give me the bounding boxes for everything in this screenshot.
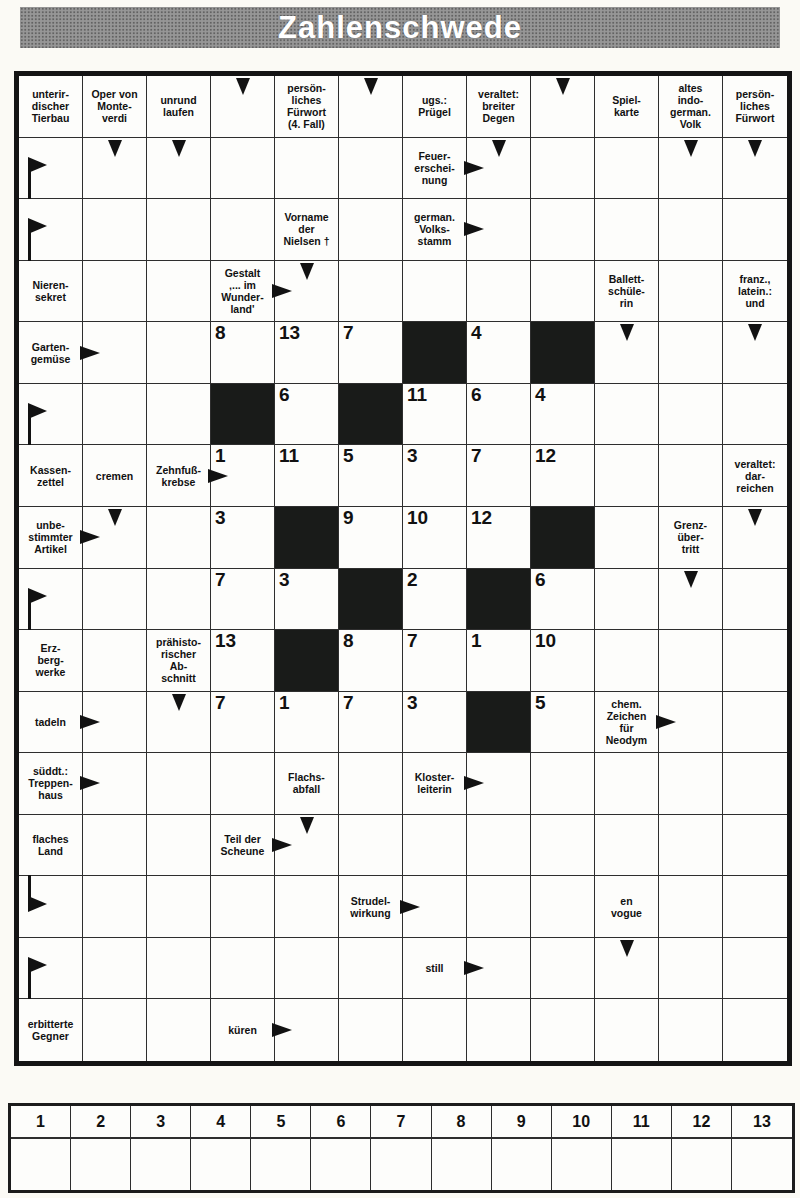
answer-cell[interactable] — [723, 876, 787, 938]
cell-number: 8 — [343, 630, 354, 652]
black-cell — [275, 507, 339, 569]
cell-number: 6 — [535, 569, 546, 591]
answer-cell[interactable] — [403, 999, 467, 1061]
puzzle-title: Zahlenschwede — [278, 10, 522, 46]
answer-cell[interactable] — [467, 815, 531, 877]
answer-cell[interactable] — [275, 999, 339, 1061]
answer-cell[interactable] — [659, 261, 723, 323]
numbered-answer-cell[interactable]: 11 — [275, 445, 339, 507]
strip-answer-cell[interactable] — [71, 1139, 131, 1190]
down-arrow-icon — [236, 78, 250, 95]
answer-cell[interactable] — [659, 445, 723, 507]
numbered-answer-cell[interactable]: 9 — [339, 507, 403, 569]
strip-number: 3 — [131, 1106, 191, 1137]
cell-number: 4 — [535, 384, 546, 406]
answer-cell[interactable] — [83, 999, 147, 1061]
clue-cell: unrundlaufen — [147, 76, 211, 138]
clue-text: unrundlaufen — [147, 94, 210, 118]
numbered-answer-cell[interactable]: 4 — [531, 384, 595, 446]
right-arrow-icon — [80, 715, 100, 729]
strip-number: 8 — [432, 1106, 492, 1137]
strip-answer-cell[interactable] — [492, 1139, 552, 1190]
answer-cell[interactable] — [147, 815, 211, 877]
clue-text: Spiel-karte — [595, 94, 658, 118]
clue-text: envogue — [595, 895, 658, 919]
answer-cell[interactable] — [595, 938, 659, 1000]
answer-cell[interactable] — [147, 507, 211, 569]
clue-text: Grenz-über-tritt — [659, 519, 722, 555]
clue-cell: Kloster-leiterin — [403, 753, 467, 815]
clue-cell: Erz-berg-werke — [19, 630, 83, 692]
answer-cell[interactable] — [275, 138, 339, 200]
answer-cell[interactable] — [531, 199, 595, 261]
numbered-answer-cell[interactable]: 8 — [211, 322, 275, 384]
answer-cell[interactable] — [339, 815, 403, 877]
clue-text: Zehnfuß-krebse — [147, 464, 210, 488]
clue-text: Kassen-zettel — [19, 464, 82, 488]
answer-cell[interactable] — [723, 815, 787, 877]
black-cell — [339, 569, 403, 631]
down-arrow-icon — [684, 140, 698, 157]
answer-cell[interactable] — [595, 999, 659, 1061]
clue-text: tadeln — [19, 716, 82, 728]
clue-cell: cremen — [83, 445, 147, 507]
cell-number: 6 — [471, 384, 482, 406]
cell-number: 12 — [535, 445, 556, 467]
clue-text: prähisto-rischerAb-schnitt — [147, 636, 210, 684]
right-arrow-icon — [272, 284, 292, 298]
clue-cell: envogue — [595, 876, 659, 938]
cell-number: 7 — [407, 630, 418, 652]
strip-answer-cell[interactable] — [191, 1139, 251, 1190]
answer-cell[interactable] — [339, 199, 403, 261]
numbered-answer-cell[interactable]: 5 — [531, 692, 595, 754]
numbered-answer-cell[interactable]: 7 — [403, 630, 467, 692]
clue-cell: unterir-discherTierbau — [19, 76, 83, 138]
numbered-answer-cell[interactable]: 7 — [211, 692, 275, 754]
cell-number: 4 — [471, 322, 482, 344]
clue-text: erbitterteGegner — [19, 1018, 82, 1042]
answer-cell[interactable] — [147, 999, 211, 1061]
right-arrow-icon — [272, 838, 292, 852]
down-arrow-icon — [556, 78, 570, 95]
answer-cell[interactable] — [659, 384, 723, 446]
clue-cell: Teil derScheune — [211, 815, 275, 877]
strip-number: 4 — [191, 1106, 251, 1137]
cell-number: 3 — [215, 507, 226, 529]
cell-number: 5 — [343, 445, 354, 467]
answer-cell[interactable] — [467, 999, 531, 1061]
numbered-answer-cell[interactable]: 7 — [339, 692, 403, 754]
answer-cell[interactable] — [83, 938, 147, 1000]
strip-answer-cell[interactable] — [131, 1139, 191, 1190]
clue-cell: süddt.:Treppen-haus — [19, 753, 83, 815]
clue-text: Flachs-abfall — [275, 771, 338, 795]
numbered-answer-cell[interactable]: 7 — [467, 445, 531, 507]
answer-cell[interactable] — [147, 938, 211, 1000]
clue-cell: Zehnfuß-krebse — [147, 445, 211, 507]
clue-text: Erz-berg-werke — [19, 642, 82, 678]
black-cell — [531, 507, 595, 569]
numbered-answer-cell[interactable]: 13 — [275, 322, 339, 384]
answer-cell[interactable] — [723, 569, 787, 631]
clue-cell: flachesLand — [19, 815, 83, 877]
clue-cell: chem.ZeichenfürNeodym — [595, 692, 659, 754]
down-arrow-icon — [300, 263, 314, 280]
solution-strip-header: 12345678910111213 — [11, 1106, 792, 1139]
strip-answer-cell[interactable] — [371, 1139, 431, 1190]
answer-cell[interactable] — [659, 938, 723, 1000]
cell-number: 10 — [535, 630, 556, 652]
answer-cell[interactable] — [83, 569, 147, 631]
cell-number: 1 — [471, 630, 482, 652]
down-arrow-icon — [620, 940, 634, 957]
strip-answer-cell[interactable] — [552, 1139, 612, 1190]
down-arrow-icon — [492, 140, 506, 157]
answer-cell[interactable] — [83, 507, 147, 569]
answer-cell[interactable] — [659, 630, 723, 692]
clue-cell: VornamederNielsen † — [275, 199, 339, 261]
cell-number: 6 — [279, 384, 290, 406]
numbered-answer-cell[interactable]: 6 — [467, 384, 531, 446]
numbered-answer-cell[interactable]: 3 — [275, 569, 339, 631]
answer-cell[interactable] — [83, 630, 147, 692]
answer-cell[interactable] — [19, 199, 83, 261]
right-arrow-icon — [464, 776, 484, 790]
answer-cell[interactable] — [659, 753, 723, 815]
clue-text: Kloster-leiterin — [403, 771, 466, 795]
numbered-answer-cell[interactable]: 6 — [275, 384, 339, 446]
cell-number: 3 — [279, 569, 290, 591]
answer-cell[interactable] — [659, 692, 723, 754]
answer-cell[interactable] — [275, 938, 339, 1000]
strip-answer-cell[interactable] — [11, 1139, 71, 1190]
cell-number: 1 — [279, 692, 290, 714]
answer-cell[interactable] — [147, 569, 211, 631]
clue-text: Teil derScheune — [211, 833, 274, 857]
answer-cell[interactable] — [211, 76, 275, 138]
clue-text: franz.,latein.:und — [723, 273, 787, 309]
answer-cell[interactable] — [275, 815, 339, 877]
answer-cell[interactable] — [659, 815, 723, 877]
answer-cell[interactable] — [723, 938, 787, 1000]
strip-answer-cell[interactable] — [672, 1139, 732, 1190]
answer-cell[interactable] — [403, 876, 467, 938]
numbered-answer-cell[interactable]: 13 — [211, 630, 275, 692]
answer-cell[interactable] — [531, 753, 595, 815]
clue-cell: küren — [211, 999, 275, 1061]
answer-cell[interactable] — [723, 999, 787, 1061]
clue-text: persön-lichesFürwort(4. Fall) — [275, 82, 338, 130]
black-cell — [531, 322, 595, 384]
clue-cell: veraltet:dar-reichen — [723, 445, 787, 507]
answer-cell[interactable] — [595, 384, 659, 446]
answer-cell[interactable] — [595, 630, 659, 692]
numbered-answer-cell[interactable]: 6 — [531, 569, 595, 631]
answer-cell[interactable] — [147, 138, 211, 200]
right-arrow-icon — [464, 222, 484, 236]
clue-cell: Nieren-sekret — [19, 261, 83, 323]
answer-cell[interactable] — [659, 322, 723, 384]
answer-cell[interactable] — [467, 261, 531, 323]
numbered-answer-cell[interactable]: 5 — [339, 445, 403, 507]
answer-cell[interactable] — [19, 938, 83, 1000]
answer-cell[interactable] — [211, 753, 275, 815]
answer-cell[interactable] — [339, 938, 403, 1000]
clue-text: Ballett-schüle-rin — [595, 273, 658, 309]
answer-cell[interactable] — [19, 569, 83, 631]
answer-cell[interactable] — [275, 261, 339, 323]
clue-cell: Oper vonMonte-verdi — [83, 76, 147, 138]
numbered-answer-cell[interactable]: 1 — [211, 445, 275, 507]
down-arrow-icon — [172, 140, 186, 157]
strip-number: 7 — [371, 1106, 431, 1137]
clue-cell: tadeln — [19, 692, 83, 754]
answer-cell[interactable] — [211, 938, 275, 1000]
answer-cell[interactable] — [595, 199, 659, 261]
answer-cell[interactable] — [467, 938, 531, 1000]
answer-cell[interactable] — [83, 753, 147, 815]
numbered-answer-cell[interactable]: 3 — [211, 507, 275, 569]
cell-number: 12 — [471, 507, 492, 529]
clue-cell: unbe-stimmterArtikel — [19, 507, 83, 569]
answer-cell[interactable] — [595, 815, 659, 877]
answer-cell[interactable] — [531, 999, 595, 1061]
answer-cell[interactable] — [723, 753, 787, 815]
answer-cell[interactable] — [659, 876, 723, 938]
clue-cell: german.Volks-stamm — [403, 199, 467, 261]
clue-text: VornamederNielsen † — [275, 211, 338, 247]
numbered-answer-cell[interactable]: 12 — [467, 507, 531, 569]
clue-cell: erbitterteGegner — [19, 999, 83, 1061]
answer-cell[interactable] — [19, 138, 83, 200]
cell-number: 3 — [407, 692, 418, 714]
clue-cell: Ballett-schüle-rin — [595, 261, 659, 323]
answer-cell[interactable] — [723, 630, 787, 692]
cell-number: 13 — [279, 322, 300, 344]
numbered-answer-cell[interactable]: 3 — [403, 692, 467, 754]
answer-cell[interactable] — [659, 138, 723, 200]
clue-cell: still — [403, 938, 467, 1000]
strip-number: 1 — [11, 1106, 71, 1137]
answer-cell[interactable] — [83, 138, 147, 200]
cell-number: 5 — [535, 692, 546, 714]
answer-cell[interactable] — [595, 322, 659, 384]
answer-cell[interactable] — [403, 261, 467, 323]
clue-text: unterir-discherTierbau — [19, 88, 82, 124]
numbered-answer-cell[interactable]: 12 — [531, 445, 595, 507]
strip-answer-cell[interactable] — [732, 1139, 792, 1190]
clue-cell: franz.,latein.:und — [723, 261, 787, 323]
down-arrow-icon — [108, 140, 122, 157]
answer-cell[interactable] — [531, 138, 595, 200]
answer-cell[interactable] — [19, 876, 83, 938]
cell-number: 13 — [215, 630, 236, 652]
answer-cell[interactable] — [147, 692, 211, 754]
answer-cell[interactable] — [275, 876, 339, 938]
clue-cell: Kassen-zettel — [19, 445, 83, 507]
cell-number: 1 — [215, 445, 226, 467]
answer-cell[interactable] — [595, 507, 659, 569]
clue-cell: prähisto-rischerAb-schnitt — [147, 630, 211, 692]
answer-cell[interactable] — [531, 876, 595, 938]
numbered-answer-cell[interactable]: 8 — [339, 630, 403, 692]
cell-number: 7 — [215, 692, 226, 714]
clue-cell: veraltet:breiterDegen — [467, 76, 531, 138]
numbered-answer-cell[interactable]: 2 — [403, 569, 467, 631]
cell-number: 11 — [407, 384, 427, 406]
answer-cell[interactable] — [723, 322, 787, 384]
clue-cell: Spiel-karte — [595, 76, 659, 138]
clue-text: veraltet:breiterDegen — [467, 88, 530, 124]
answer-cell[interactable] — [723, 507, 787, 569]
answer-cell[interactable] — [595, 569, 659, 631]
clue-text: Garten-gemüse — [19, 341, 82, 365]
answer-cell[interactable] — [147, 876, 211, 938]
answer-cell[interactable] — [83, 261, 147, 323]
answer-cell[interactable] — [467, 876, 531, 938]
answer-cell[interactable] — [531, 76, 595, 138]
answer-cell[interactable] — [83, 384, 147, 446]
answer-cell[interactable] — [467, 199, 531, 261]
answer-cell[interactable] — [147, 384, 211, 446]
down-arrow-icon — [108, 509, 122, 526]
right-arrow-icon — [80, 346, 100, 360]
down-arrow-icon — [300, 817, 314, 834]
answer-cell[interactable] — [595, 753, 659, 815]
strip-answer-cell[interactable] — [311, 1139, 371, 1190]
cell-number: 7 — [343, 692, 354, 714]
answer-cell[interactable] — [723, 692, 787, 754]
down-arrow-icon — [620, 324, 634, 341]
strip-answer-cell[interactable] — [432, 1139, 492, 1190]
clue-text: Nieren-sekret — [19, 279, 82, 303]
clue-cell: Grenz-über-tritt — [659, 507, 723, 569]
numbered-answer-cell[interactable]: 4 — [467, 322, 531, 384]
flag-right-arrow-icon — [19, 876, 82, 937]
strip-number: 12 — [672, 1106, 732, 1137]
cell-number: 8 — [215, 322, 226, 344]
answer-cell[interactable] — [595, 445, 659, 507]
clue-text: süddt.:Treppen-haus — [19, 765, 82, 801]
answer-cell[interactable] — [83, 815, 147, 877]
black-cell — [403, 322, 467, 384]
cell-number: 3 — [407, 445, 418, 467]
answer-cell[interactable] — [659, 569, 723, 631]
answer-cell[interactable] — [531, 815, 595, 877]
right-arrow-icon — [80, 776, 100, 790]
numbered-answer-cell[interactable]: 1 — [467, 630, 531, 692]
cell-number: 11 — [279, 445, 299, 467]
cell-number: 7 — [215, 569, 226, 591]
answer-cell[interactable] — [211, 876, 275, 938]
answer-cell[interactable] — [467, 753, 531, 815]
down-arrow-icon — [172, 694, 186, 711]
strip-answer-cell[interactable] — [251, 1139, 311, 1190]
answer-cell[interactable] — [339, 138, 403, 200]
answer-cell[interactable] — [83, 199, 147, 261]
down-arrow-icon — [748, 324, 762, 341]
clue-text: veraltet:dar-reichen — [723, 458, 787, 494]
strip-number: 2 — [71, 1106, 131, 1137]
answer-cell[interactable] — [339, 76, 403, 138]
numbered-answer-cell[interactable]: 11 — [403, 384, 467, 446]
answer-cell[interactable] — [339, 753, 403, 815]
strip-number: 6 — [311, 1106, 371, 1137]
flag-right-arrow-icon — [19, 569, 82, 630]
answer-cell[interactable] — [531, 938, 595, 1000]
answer-cell[interactable] — [403, 815, 467, 877]
answer-cell[interactable] — [147, 261, 211, 323]
strip-answer-cell[interactable] — [612, 1139, 672, 1190]
answer-cell[interactable] — [723, 138, 787, 200]
answer-cell[interactable] — [723, 384, 787, 446]
answer-cell[interactable] — [211, 199, 275, 261]
answer-cell[interactable] — [339, 261, 403, 323]
numbered-answer-cell[interactable]: 7 — [339, 322, 403, 384]
answer-cell[interactable] — [659, 199, 723, 261]
clue-text: unbe-stimmterArtikel — [19, 519, 82, 555]
strip-number: 11 — [612, 1106, 672, 1137]
numbered-answer-cell[interactable]: 3 — [403, 445, 467, 507]
answer-cell[interactable] — [211, 138, 275, 200]
answer-cell[interactable] — [339, 999, 403, 1061]
answer-cell[interactable] — [83, 876, 147, 938]
clue-text: cremen — [83, 470, 146, 482]
clue-cell: persön-lichesFürwort(4. Fall) — [275, 76, 339, 138]
black-cell — [211, 384, 275, 446]
right-arrow-icon — [80, 530, 100, 544]
answer-cell[interactable] — [147, 753, 211, 815]
answer-cell[interactable] — [467, 138, 531, 200]
cell-number: 7 — [343, 322, 354, 344]
right-arrow-icon — [272, 1023, 292, 1037]
answer-cell[interactable] — [83, 692, 147, 754]
answer-cell[interactable] — [723, 199, 787, 261]
answer-cell[interactable] — [83, 322, 147, 384]
strip-number: 10 — [552, 1106, 612, 1137]
numbered-answer-cell[interactable]: 10 — [403, 507, 467, 569]
clue-text: ugs.:Prügel — [403, 94, 466, 118]
clue-cell: Gestalt‚... imWunder-land' — [211, 261, 275, 323]
crossword-board: unterir-discherTierbauOper vonMonte-verd… — [14, 71, 792, 1066]
answer-cell[interactable] — [19, 384, 83, 446]
black-cell — [275, 630, 339, 692]
answer-cell[interactable] — [147, 322, 211, 384]
clue-text: küren — [211, 1024, 274, 1036]
crossword-grid: unterir-discherTierbauOper vonMonte-verd… — [19, 76, 787, 1061]
clue-text: flachesLand — [19, 833, 82, 857]
numbered-answer-cell[interactable]: 7 — [211, 569, 275, 631]
cell-number: 9 — [343, 507, 354, 529]
right-arrow-icon — [400, 900, 420, 914]
cell-number: 2 — [407, 569, 418, 591]
clue-text: Strudel-wirkung — [339, 895, 402, 919]
black-cell — [339, 384, 403, 446]
clue-text: german.Volks-stamm — [403, 211, 466, 247]
answer-cell[interactable] — [659, 999, 723, 1061]
numbered-answer-cell[interactable]: 1 — [275, 692, 339, 754]
clue-cell: altesindo-german.Volk — [659, 76, 723, 138]
down-arrow-icon — [748, 509, 762, 526]
answer-cell[interactable] — [531, 261, 595, 323]
clue-text: Gestalt‚... imWunder-land' — [211, 267, 274, 315]
answer-cell[interactable] — [147, 199, 211, 261]
answer-cell[interactable] — [595, 138, 659, 200]
solution-strip-cells — [11, 1139, 792, 1190]
black-cell — [467, 692, 531, 754]
numbered-answer-cell[interactable]: 10 — [531, 630, 595, 692]
